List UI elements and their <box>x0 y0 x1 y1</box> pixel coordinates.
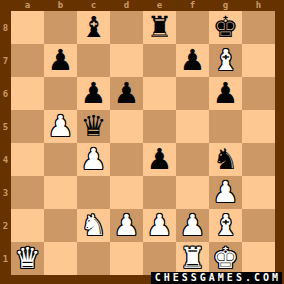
rank-label-5: 5 <box>0 110 11 143</box>
square-c8[interactable]: ♝ <box>77 11 110 44</box>
square-c7[interactable] <box>77 44 110 77</box>
file-label-d: d <box>110 0 143 11</box>
rank-label-4: 4 <box>0 143 11 176</box>
piece-white-queen: ♛ <box>11 242 44 275</box>
chess-board: ♝♜♚♟♟♝♟♟♟♟♛♟♟♞♟♞♟♟♟♝♛♜♚ <box>11 11 275 275</box>
square-h6[interactable] <box>242 77 275 110</box>
square-f6[interactable] <box>176 77 209 110</box>
square-e1[interactable] <box>143 242 176 275</box>
square-b3[interactable] <box>44 176 77 209</box>
square-a4[interactable] <box>11 143 44 176</box>
piece-white-rook: ♜ <box>176 242 209 275</box>
square-d6[interactable]: ♟ <box>110 77 143 110</box>
piece-white-pawn: ♟ <box>110 209 143 242</box>
square-a1[interactable]: ♛ <box>11 242 44 275</box>
square-d7[interactable] <box>110 44 143 77</box>
piece-black-king: ♚ <box>209 11 242 44</box>
square-h8[interactable] <box>242 11 275 44</box>
piece-black-bishop: ♝ <box>77 11 110 44</box>
piece-white-bishop: ♝ <box>209 209 242 242</box>
square-e6[interactable] <box>143 77 176 110</box>
square-b1[interactable] <box>44 242 77 275</box>
piece-white-king: ♚ <box>209 242 242 275</box>
rank-labels: 87654321 <box>0 11 11 275</box>
square-e7[interactable] <box>143 44 176 77</box>
square-c6[interactable]: ♟ <box>77 77 110 110</box>
square-g4[interactable]: ♞ <box>209 143 242 176</box>
rank-label-8: 8 <box>0 11 11 44</box>
piece-black-queen: ♛ <box>77 110 110 143</box>
square-a5[interactable] <box>11 110 44 143</box>
square-a6[interactable] <box>11 77 44 110</box>
square-c4[interactable]: ♟ <box>77 143 110 176</box>
piece-black-rook: ♜ <box>143 11 176 44</box>
square-f7[interactable]: ♟ <box>176 44 209 77</box>
square-d1[interactable] <box>110 242 143 275</box>
rank-label-3: 3 <box>0 176 11 209</box>
square-d2[interactable]: ♟ <box>110 209 143 242</box>
square-f1[interactable]: ♜ <box>176 242 209 275</box>
file-label-f: f <box>176 0 209 11</box>
square-e4[interactable]: ♟ <box>143 143 176 176</box>
file-label-h: h <box>242 0 275 11</box>
piece-black-pawn: ♟ <box>110 77 143 110</box>
square-d5[interactable] <box>110 110 143 143</box>
square-c3[interactable] <box>77 176 110 209</box>
piece-black-knight: ♞ <box>209 143 242 176</box>
piece-white-pawn: ♟ <box>209 176 242 209</box>
square-h4[interactable] <box>242 143 275 176</box>
rank-label-7: 7 <box>0 44 11 77</box>
square-a8[interactable] <box>11 11 44 44</box>
piece-black-pawn: ♟ <box>176 44 209 77</box>
square-b2[interactable] <box>44 209 77 242</box>
square-e8[interactable]: ♜ <box>143 11 176 44</box>
piece-white-knight: ♞ <box>77 209 110 242</box>
square-f8[interactable] <box>176 11 209 44</box>
chessgames-watermark: CHESSGAMES.COM <box>151 272 282 284</box>
square-h5[interactable] <box>242 110 275 143</box>
piece-white-pawn: ♟ <box>77 143 110 176</box>
square-g2[interactable]: ♝ <box>209 209 242 242</box>
square-h2[interactable] <box>242 209 275 242</box>
piece-black-pawn: ♟ <box>44 44 77 77</box>
square-g1[interactable]: ♚ <box>209 242 242 275</box>
square-f3[interactable] <box>176 176 209 209</box>
square-d4[interactable] <box>110 143 143 176</box>
square-f4[interactable] <box>176 143 209 176</box>
square-g7[interactable]: ♝ <box>209 44 242 77</box>
rank-label-6: 6 <box>0 77 11 110</box>
square-c5[interactable]: ♛ <box>77 110 110 143</box>
chess-diagram: abcdefgh 87654321 ♝♜♚♟♟♝♟♟♟♟♛♟♟♞♟♞♟♟♟♝♛♜… <box>0 0 284 284</box>
square-h1[interactable] <box>242 242 275 275</box>
square-e5[interactable] <box>143 110 176 143</box>
square-a7[interactable] <box>11 44 44 77</box>
square-b5[interactable]: ♟ <box>44 110 77 143</box>
square-h3[interactable] <box>242 176 275 209</box>
square-a2[interactable] <box>11 209 44 242</box>
rank-label-1: 1 <box>0 242 11 275</box>
square-f2[interactable]: ♟ <box>176 209 209 242</box>
square-d3[interactable] <box>110 176 143 209</box>
square-c2[interactable]: ♞ <box>77 209 110 242</box>
square-d8[interactable] <box>110 11 143 44</box>
square-b4[interactable] <box>44 143 77 176</box>
square-b7[interactable]: ♟ <box>44 44 77 77</box>
square-a3[interactable] <box>11 176 44 209</box>
file-label-a: a <box>11 0 44 11</box>
square-b8[interactable] <box>44 11 77 44</box>
square-g5[interactable] <box>209 110 242 143</box>
square-c1[interactable] <box>77 242 110 275</box>
piece-white-bishop: ♝ <box>209 44 242 77</box>
square-h7[interactable] <box>242 44 275 77</box>
square-e3[interactable] <box>143 176 176 209</box>
square-g6[interactable]: ♟ <box>209 77 242 110</box>
piece-white-pawn: ♟ <box>176 209 209 242</box>
square-b6[interactable] <box>44 77 77 110</box>
piece-white-pawn: ♟ <box>143 209 176 242</box>
piece-black-pawn: ♟ <box>209 77 242 110</box>
file-label-b: b <box>44 0 77 11</box>
square-g8[interactable]: ♚ <box>209 11 242 44</box>
rank-label-2: 2 <box>0 209 11 242</box>
piece-black-pawn: ♟ <box>77 77 110 110</box>
square-e2[interactable]: ♟ <box>143 209 176 242</box>
piece-black-pawn: ♟ <box>143 143 176 176</box>
piece-white-pawn: ♟ <box>44 110 77 143</box>
square-g3[interactable]: ♟ <box>209 176 242 209</box>
square-f5[interactable] <box>176 110 209 143</box>
